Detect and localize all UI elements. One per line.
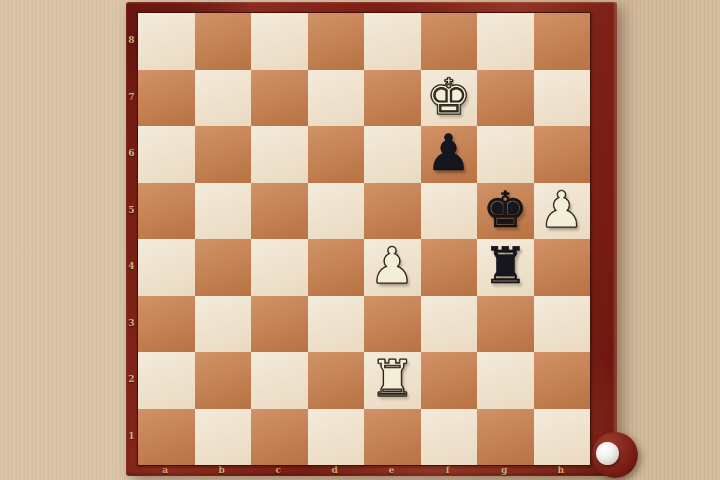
square-h6[interactable]: [534, 126, 591, 183]
square-f2[interactable]: [421, 352, 478, 409]
square-f5[interactable]: [421, 183, 478, 240]
square-g5[interactable]: ♚: [477, 183, 534, 240]
square-h2[interactable]: [534, 352, 591, 409]
rank-labels: 87654321: [126, 12, 137, 464]
square-e7[interactable]: [364, 70, 421, 127]
square-f1[interactable]: [421, 409, 478, 466]
square-h3[interactable]: [534, 296, 591, 353]
square-c2[interactable]: [251, 352, 308, 409]
square-g7[interactable]: [477, 70, 534, 127]
square-h4[interactable]: [534, 239, 591, 296]
square-h7[interactable]: [534, 70, 591, 127]
black-pawn[interactable]: ♟: [421, 125, 478, 182]
square-d4[interactable]: [308, 239, 365, 296]
square-d5[interactable]: [308, 183, 365, 240]
rank-label-6: 6: [126, 125, 137, 182]
square-e3[interactable]: [364, 296, 421, 353]
square-h8[interactable]: [534, 13, 591, 70]
square-c7[interactable]: [251, 70, 308, 127]
white-pawn[interactable]: ♟: [364, 238, 421, 295]
square-b2[interactable]: [195, 352, 252, 409]
square-c5[interactable]: [251, 183, 308, 240]
square-f7[interactable]: ♚: [421, 70, 478, 127]
square-e8[interactable]: [364, 13, 421, 70]
square-b8[interactable]: [195, 13, 252, 70]
square-a3[interactable]: [138, 296, 195, 353]
square-b1[interactable]: [195, 409, 252, 466]
square-a2[interactable]: [138, 352, 195, 409]
square-d2[interactable]: [308, 352, 365, 409]
square-c4[interactable]: [251, 239, 308, 296]
square-f4[interactable]: [421, 239, 478, 296]
chess-board: ♚♟♚♟♟♜♜: [137, 12, 591, 466]
rank-label-7: 7: [126, 69, 137, 126]
square-b3[interactable]: [195, 296, 252, 353]
square-h1[interactable]: [534, 409, 591, 466]
square-c8[interactable]: [251, 13, 308, 70]
square-g3[interactable]: [477, 296, 534, 353]
square-a1[interactable]: [138, 409, 195, 466]
chess-board-frame: 87654321 abcdefgh ♚♟♚♟♟♜♜: [126, 2, 617, 476]
rank-label-2: 2: [126, 351, 137, 408]
square-a7[interactable]: [138, 70, 195, 127]
square-d7[interactable]: [308, 70, 365, 127]
square-a6[interactable]: [138, 126, 195, 183]
square-g6[interactable]: [477, 126, 534, 183]
square-e6[interactable]: [364, 126, 421, 183]
square-c6[interactable]: [251, 126, 308, 183]
square-e4[interactable]: ♟: [364, 239, 421, 296]
square-g4[interactable]: ♜: [477, 239, 534, 296]
rank-label-1: 1: [126, 408, 137, 465]
square-h5[interactable]: ♟: [534, 183, 591, 240]
square-a5[interactable]: [138, 183, 195, 240]
rank-label-3: 3: [126, 295, 137, 352]
square-d3[interactable]: [308, 296, 365, 353]
white-rook[interactable]: ♜: [364, 351, 421, 408]
square-a4[interactable]: [138, 239, 195, 296]
square-c1[interactable]: [251, 409, 308, 466]
white-king[interactable]: ♚: [421, 69, 478, 126]
square-a8[interactable]: [138, 13, 195, 70]
square-b5[interactable]: [195, 183, 252, 240]
square-d6[interactable]: [308, 126, 365, 183]
rank-label-4: 4: [126, 238, 137, 295]
square-b4[interactable]: [195, 239, 252, 296]
black-king[interactable]: ♚: [477, 182, 534, 239]
square-d8[interactable]: [308, 13, 365, 70]
white-pawn[interactable]: ♟: [534, 182, 591, 239]
square-e5[interactable]: [364, 183, 421, 240]
black-rook[interactable]: ♜: [477, 238, 534, 295]
square-d1[interactable]: [308, 409, 365, 466]
rank-label-5: 5: [126, 182, 137, 239]
board-grid: ♚♟♚♟♟♜♜: [138, 13, 590, 465]
corner-ball: [596, 442, 619, 465]
square-e1[interactable]: [364, 409, 421, 466]
square-b6[interactable]: [195, 126, 252, 183]
square-b7[interactable]: [195, 70, 252, 127]
square-c3[interactable]: [251, 296, 308, 353]
rank-label-8: 8: [126, 12, 137, 69]
square-g8[interactable]: [477, 13, 534, 70]
square-f8[interactable]: [421, 13, 478, 70]
square-g2[interactable]: [477, 352, 534, 409]
square-e2[interactable]: ♜: [364, 352, 421, 409]
square-g1[interactable]: [477, 409, 534, 466]
square-f6[interactable]: ♟: [421, 126, 478, 183]
square-f3[interactable]: [421, 296, 478, 353]
